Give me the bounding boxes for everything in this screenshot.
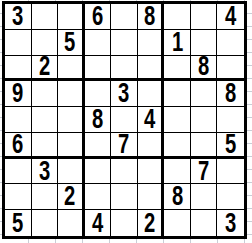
cell-r3c4[interactable]	[85, 56, 112, 82]
cell-r6c1[interactable]: 6	[5, 133, 32, 159]
cell-r7c2[interactable]: 3	[32, 159, 59, 185]
given-digit: 3	[39, 159, 50, 185]
cell-r6c3[interactable]	[58, 133, 85, 159]
cell-r7c8[interactable]: 7	[191, 159, 218, 185]
cell-r6c2[interactable]	[32, 133, 59, 159]
cell-r3c3[interactable]	[58, 56, 85, 82]
cell-r3c1[interactable]	[5, 56, 32, 82]
cell-r2c4[interactable]	[85, 30, 112, 56]
cell-r2c5[interactable]	[111, 30, 138, 56]
cell-r6c4[interactable]	[85, 133, 112, 159]
cell-r1c1[interactable]: 3	[5, 4, 32, 30]
cell-r9c3[interactable]	[58, 210, 85, 236]
given-digit: 8	[171, 184, 182, 210]
cell-r2c2[interactable]	[32, 30, 59, 56]
given-digit: 3	[225, 210, 236, 236]
cell-r1c7[interactable]	[164, 4, 191, 30]
cell-r5c8[interactable]	[191, 107, 218, 133]
cell-r7c5[interactable]	[111, 159, 138, 185]
given-digit: 2	[39, 56, 50, 81]
cell-r7c1[interactable]	[5, 159, 32, 185]
cell-r8c8[interactable]	[191, 184, 218, 210]
given-digit: 9	[12, 81, 23, 107]
given-digit: 3	[118, 81, 129, 107]
cell-r9c4[interactable]: 4	[85, 210, 112, 236]
cell-r1c9[interactable]: 4	[217, 4, 244, 30]
cell-r6c7[interactable]	[164, 133, 191, 159]
cell-r6c8[interactable]	[191, 133, 218, 159]
cell-r4c9[interactable]: 8	[217, 81, 244, 107]
cell-r6c9[interactable]: 5	[217, 133, 244, 159]
cell-r5c2[interactable]	[32, 107, 59, 133]
cell-r5c9[interactable]	[217, 107, 244, 133]
given-digit: 5	[12, 210, 23, 236]
cell-r2c8[interactable]	[191, 30, 218, 56]
cell-r1c5[interactable]	[111, 4, 138, 30]
cell-r9c8[interactable]	[191, 210, 218, 236]
cell-r5c4[interactable]: 8	[85, 107, 112, 133]
cell-r8c6[interactable]	[138, 184, 165, 210]
cell-r3c5[interactable]	[111, 56, 138, 82]
cell-r4c5[interactable]: 3	[111, 81, 138, 107]
cell-r7c7[interactable]	[164, 159, 191, 185]
cell-r5c5[interactable]	[111, 107, 138, 133]
cell-r8c3[interactable]: 2	[58, 184, 85, 210]
cell-r8c1[interactable]	[5, 184, 32, 210]
cell-r8c5[interactable]	[111, 184, 138, 210]
cell-r8c4[interactable]	[85, 184, 112, 210]
cell-r9c1[interactable]: 5	[5, 210, 32, 236]
cell-r1c3[interactable]	[58, 4, 85, 30]
cell-r4c4[interactable]	[85, 81, 112, 107]
cell-r9c9[interactable]: 3	[217, 210, 244, 236]
given-digit: 2	[64, 184, 75, 210]
cell-r1c2[interactable]	[32, 4, 59, 30]
cell-r2c9[interactable]	[217, 30, 244, 56]
given-digit: 4	[144, 107, 155, 133]
cell-r1c6[interactable]: 8	[138, 4, 165, 30]
cell-r8c9[interactable]	[217, 184, 244, 210]
cell-r9c2[interactable]	[32, 210, 59, 236]
given-digit: 6	[92, 4, 103, 30]
cell-r4c6[interactable]	[138, 81, 165, 107]
sudoku-board: 368451289388467537285423	[2, 1, 247, 239]
spreadsheet-background: 368451289388467537285423	[0, 0, 252, 243]
given-digit: 7	[118, 133, 129, 158]
cell-r4c1[interactable]: 9	[5, 81, 32, 107]
cell-r7c4[interactable]	[85, 159, 112, 185]
given-digit: 5	[225, 133, 236, 158]
given-digit: 5	[64, 30, 75, 56]
given-digit: 4	[225, 4, 236, 30]
cell-r3c8[interactable]: 8	[191, 56, 218, 82]
given-digit: 6	[12, 133, 23, 158]
cell-r1c4[interactable]: 6	[85, 4, 112, 30]
given-digit: 3	[12, 4, 23, 30]
cell-r3c6[interactable]	[138, 56, 165, 82]
cell-r8c7[interactable]: 8	[164, 184, 191, 210]
cell-r2c6[interactable]	[138, 30, 165, 56]
cell-r9c7[interactable]	[164, 210, 191, 236]
given-digit: 1	[171, 30, 182, 56]
cell-r9c6[interactable]: 2	[138, 210, 165, 236]
cell-r5c1[interactable]	[5, 107, 32, 133]
cell-r2c7[interactable]: 1	[164, 30, 191, 56]
cell-r5c6[interactable]: 4	[138, 107, 165, 133]
given-digit: 4	[92, 210, 103, 236]
given-digit: 8	[225, 81, 236, 107]
given-digit: 7	[198, 159, 209, 185]
cell-r9c5[interactable]	[111, 210, 138, 236]
cell-r6c6[interactable]	[138, 133, 165, 159]
cell-r6c5[interactable]: 7	[111, 133, 138, 159]
cell-r4c8[interactable]	[191, 81, 218, 107]
cell-r3c9[interactable]	[217, 56, 244, 82]
given-digit: 8	[92, 107, 103, 133]
cell-r4c2[interactable]	[32, 81, 59, 107]
cell-r3c7[interactable]	[164, 56, 191, 82]
given-digit: 2	[144, 210, 155, 236]
cell-r7c3[interactable]	[58, 159, 85, 185]
cell-r7c9[interactable]	[217, 159, 244, 185]
cell-r7c6[interactable]	[138, 159, 165, 185]
cell-r8c2[interactable]	[32, 184, 59, 210]
given-digit: 8	[198, 56, 209, 81]
cell-r3c2[interactable]: 2	[32, 56, 59, 82]
cell-r4c7[interactable]	[164, 81, 191, 107]
cell-r5c7[interactable]	[164, 107, 191, 133]
cell-r1c8[interactable]	[191, 4, 218, 30]
given-digit: 8	[144, 4, 155, 30]
cell-r2c1[interactable]	[5, 30, 32, 56]
cell-r5c3[interactable]	[58, 107, 85, 133]
cell-r2c3[interactable]: 5	[58, 30, 85, 56]
cell-r4c3[interactable]	[58, 81, 85, 107]
